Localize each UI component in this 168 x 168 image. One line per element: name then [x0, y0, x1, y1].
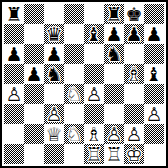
square-c4[interactable]: [44, 84, 64, 104]
square-b1[interactable]: [24, 144, 44, 164]
chess-board: ♜♜♚♛♝♟♟♟♟♟♞♟♞♝♗♝♟♙♞♘♟♙♟♙♟♙♛♕♞♘♝♗♟♙♟♙♜♖♜♖…: [4, 4, 164, 164]
square-f4[interactable]: [104, 84, 124, 104]
square-e4[interactable]: ♟♙: [84, 84, 104, 104]
square-f5[interactable]: [104, 64, 124, 84]
piece-black-bishop[interactable]: ♝: [144, 64, 164, 84]
square-d3[interactable]: [64, 104, 84, 124]
piece-glyph-fill: ♟: [4, 44, 24, 64]
square-f1[interactable]: ♜♖: [104, 144, 124, 164]
square-g1[interactable]: ♚♔: [124, 144, 144, 164]
square-f2[interactable]: ♟♙: [104, 124, 124, 144]
square-c5[interactable]: ♞: [44, 64, 64, 84]
square-e7[interactable]: ♝: [84, 24, 104, 44]
piece-white-king[interactable]: ♚♔: [124, 144, 144, 164]
piece-glyph-outline: ♘: [64, 124, 84, 144]
square-h4[interactable]: [144, 84, 164, 104]
piece-glyph-fill: ♟: [24, 64, 44, 84]
piece-black-pawn[interactable]: ♟: [104, 24, 124, 44]
square-g6[interactable]: [124, 44, 144, 64]
square-g3[interactable]: [124, 104, 144, 124]
piece-glyph-outline: ♙: [124, 124, 144, 144]
square-e1[interactable]: ♜♖: [84, 144, 104, 164]
piece-glyph-outline: ♔: [124, 144, 144, 164]
square-f8[interactable]: ♜: [104, 4, 124, 24]
square-d4[interactable]: ♞♘: [64, 84, 84, 104]
piece-white-queen[interactable]: ♛♕: [44, 124, 64, 144]
square-g2[interactable]: ♟♙: [124, 124, 144, 144]
piece-white-pawn[interactable]: ♟♙: [44, 104, 64, 124]
square-g7[interactable]: ♟: [124, 24, 144, 44]
square-h8[interactable]: [144, 4, 164, 24]
square-e3[interactable]: [84, 104, 104, 124]
piece-white-pawn[interactable]: ♟♙: [84, 84, 104, 104]
piece-white-pawn[interactable]: ♟♙: [144, 104, 164, 124]
piece-black-rook[interactable]: ♜: [104, 4, 124, 24]
square-a6[interactable]: ♟: [4, 44, 24, 64]
square-b4[interactable]: [24, 84, 44, 104]
piece-glyph-fill: ♞: [104, 44, 124, 64]
square-a3[interactable]: [4, 104, 24, 124]
square-e2[interactable]: ♝♗: [84, 124, 104, 144]
piece-glyph-fill: ♟: [124, 24, 144, 44]
square-b7[interactable]: [24, 24, 44, 44]
square-c8[interactable]: [44, 4, 64, 24]
piece-glyph-fill: ♚: [124, 4, 144, 24]
piece-glyph-fill: ♟: [44, 44, 64, 64]
square-b3[interactable]: [24, 104, 44, 124]
piece-black-bishop[interactable]: ♝: [84, 24, 104, 44]
square-d5[interactable]: [64, 64, 84, 84]
square-b2[interactable]: [24, 124, 44, 144]
piece-white-knight[interactable]: ♞♘: [64, 84, 84, 104]
square-g5[interactable]: ♝♗: [124, 64, 144, 84]
piece-black-pawn[interactable]: ♟: [144, 24, 164, 44]
piece-glyph-fill: ♟: [144, 24, 164, 44]
piece-black-pawn[interactable]: ♟: [24, 64, 44, 84]
square-d8[interactable]: [64, 4, 84, 24]
piece-glyph-outline: ♕: [44, 124, 64, 144]
piece-glyph-fill: ♝: [84, 24, 104, 44]
square-f3[interactable]: [104, 104, 124, 124]
piece-glyph-outline: ♘: [64, 84, 84, 104]
square-h5[interactable]: ♝: [144, 64, 164, 84]
piece-white-pawn[interactable]: ♟♙: [124, 124, 144, 144]
piece-black-rook[interactable]: ♜: [4, 4, 24, 24]
square-d6[interactable]: [64, 44, 84, 64]
square-e8[interactable]: [84, 4, 104, 24]
square-g4[interactable]: [124, 84, 144, 104]
square-a2[interactable]: [4, 124, 24, 144]
piece-black-king[interactable]: ♚: [124, 4, 144, 24]
piece-glyph-outline: ♙: [144, 104, 164, 124]
square-a7[interactable]: [4, 24, 24, 44]
square-d7[interactable]: [64, 24, 84, 44]
square-h7[interactable]: ♟: [144, 24, 164, 44]
piece-glyph-fill: ♞: [44, 64, 64, 84]
piece-white-rook[interactable]: ♜♖: [84, 144, 104, 164]
piece-glyph-outline: ♖: [104, 144, 124, 164]
piece-glyph-outline: ♗: [84, 124, 104, 144]
piece-white-rook[interactable]: ♜♖: [104, 144, 124, 164]
piece-white-bishop[interactable]: ♝♗: [124, 64, 144, 84]
square-f7[interactable]: ♟: [104, 24, 124, 44]
chess-diagram: ♜♜♚♛♝♟♟♟♟♟♞♟♞♝♗♝♟♙♞♘♟♙♟♙♟♙♛♕♞♘♝♗♟♙♟♙♜♖♜♖…: [0, 0, 168, 168]
piece-glyph-outline: ♙: [84, 84, 104, 104]
piece-glyph-fill: ♜: [4, 4, 24, 24]
square-b5[interactable]: ♟: [24, 64, 44, 84]
piece-black-pawn[interactable]: ♟: [44, 44, 64, 64]
square-d2[interactable]: ♞♘: [64, 124, 84, 144]
square-h6[interactable]: [144, 44, 164, 64]
piece-black-knight[interactable]: ♞: [104, 44, 124, 64]
square-c1[interactable]: [44, 144, 64, 164]
square-b6[interactable]: [24, 44, 44, 64]
piece-glyph-outline: ♖: [84, 144, 104, 164]
piece-glyph-outline: ♙: [104, 124, 124, 144]
piece-glyph-outline: ♗: [124, 64, 144, 84]
piece-white-knight[interactable]: ♞♘: [64, 124, 84, 144]
square-c7[interactable]: ♛: [44, 24, 64, 44]
piece-glyph-fill: ♛: [44, 24, 64, 44]
piece-white-bishop[interactable]: ♝♗: [84, 124, 104, 144]
square-a8[interactable]: ♜: [4, 4, 24, 24]
square-a1[interactable]: [4, 144, 24, 164]
square-c6[interactable]: ♟: [44, 44, 64, 64]
square-h3[interactable]: ♟♙: [144, 104, 164, 124]
square-h1[interactable]: [144, 144, 164, 164]
square-g8[interactable]: ♚: [124, 4, 144, 24]
square-a5[interactable]: [4, 64, 24, 84]
piece-glyph-outline: ♙: [44, 104, 64, 124]
square-a4[interactable]: ♟♙: [4, 84, 24, 104]
square-c3[interactable]: ♟♙: [44, 104, 64, 124]
piece-glyph-fill: ♜: [104, 4, 124, 24]
piece-glyph-outline: ♙: [4, 84, 24, 104]
piece-glyph-fill: ♟: [104, 24, 124, 44]
piece-white-pawn[interactable]: ♟♙: [104, 124, 124, 144]
piece-glyph-fill: ♝: [144, 64, 164, 84]
piece-black-pawn[interactable]: ♟: [4, 44, 24, 64]
square-h2[interactable]: [144, 124, 164, 144]
square-b8[interactable]: [24, 4, 44, 24]
square-d1[interactable]: [64, 144, 84, 164]
piece-black-pawn[interactable]: ♟: [124, 24, 144, 44]
piece-black-knight[interactable]: ♞: [44, 64, 64, 84]
square-f6[interactable]: ♞: [104, 44, 124, 64]
square-e5[interactable]: [84, 64, 104, 84]
square-e6[interactable]: [84, 44, 104, 64]
piece-white-pawn[interactable]: ♟♙: [4, 84, 24, 104]
square-c2[interactable]: ♛♕: [44, 124, 64, 144]
piece-black-queen[interactable]: ♛: [44, 24, 64, 44]
